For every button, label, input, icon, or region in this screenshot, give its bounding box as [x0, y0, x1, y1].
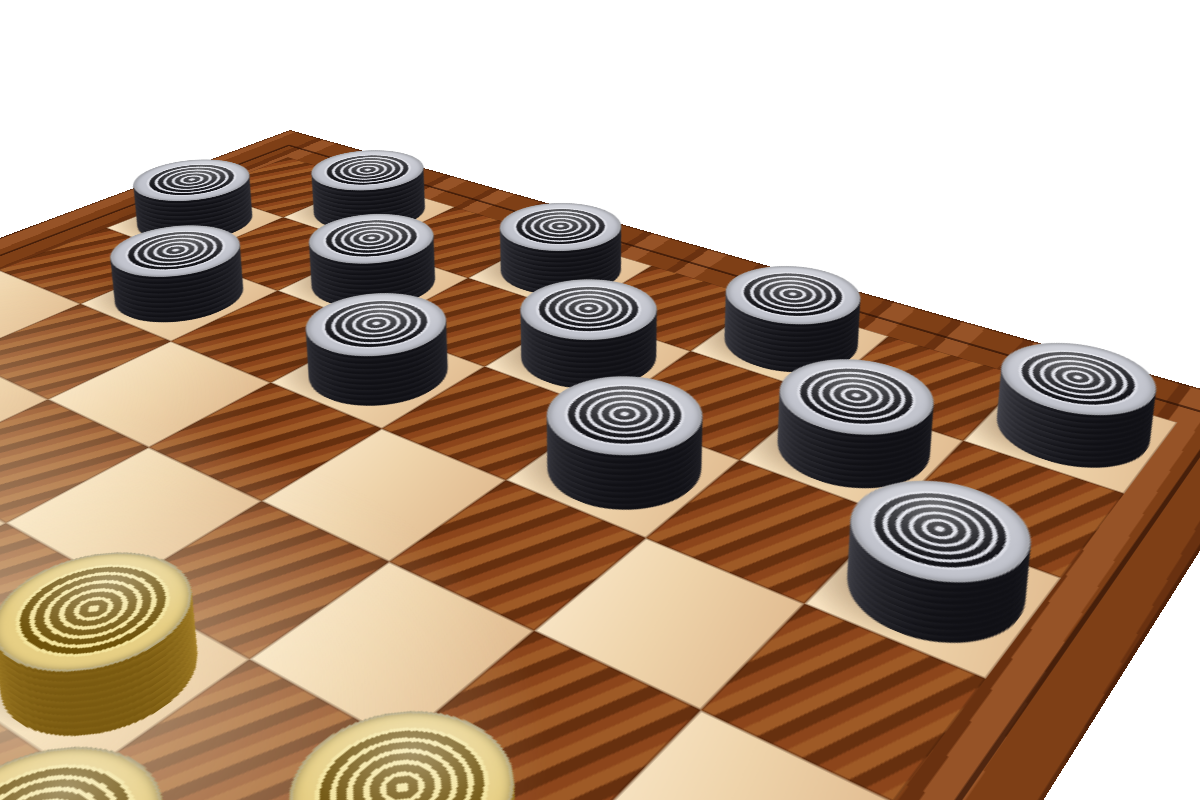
- perspective-camera: ⛂⛂⛂⛂⛂⛂⛂⛂⛂⛂⛂⛂⛀⛀⛀⛀⛀⛀⛀⛀⛀⛀⛀⛀: [0, 0, 1200, 800]
- board-playing-area: ⛂⛂⛂⛂⛂⛂⛂⛂⛂⛂⛂⛂⛀⛀⛀⛀⛀⛀⛀⛀⛀⛀⛀⛀: [0, 157, 1178, 800]
- checkers-board: ⛂⛂⛂⛂⛂⛂⛂⛂⛂⛂⛂⛂⛀⛀⛀⛀⛀⛀⛀⛀⛀⛀⛀⛀: [0, 130, 1200, 800]
- product-photo-scene: ⛂⛂⛂⛂⛂⛂⛂⛂⛂⛂⛂⛂⛀⛀⛀⛀⛀⛀⛀⛀⛀⛀⛀⛀: [0, 0, 1200, 800]
